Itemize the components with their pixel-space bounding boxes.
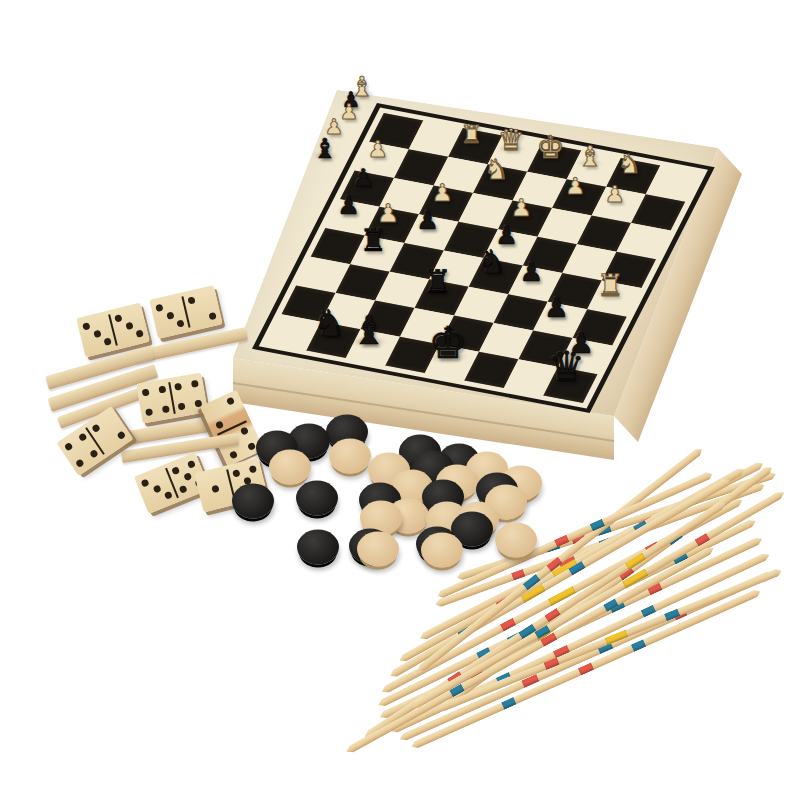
mikado-stick[interactable] (344, 545, 715, 756)
stick-band-red (578, 662, 594, 675)
domino-pip (191, 380, 199, 388)
domino-pip (93, 330, 101, 338)
chess-piece-black-rook-d3[interactable]: ♜ (424, 268, 452, 300)
chess-piece-black-knight-e4[interactable]: ♞ (477, 246, 506, 278)
stick-band-teal (502, 697, 517, 710)
domino-pip (64, 442, 74, 452)
domino-pip (208, 312, 216, 320)
domino-pip (162, 405, 170, 413)
domino-pip (229, 450, 238, 459)
domino-pip (248, 465, 256, 473)
chess-piece-white-bishop-f8[interactable]: ♝ (577, 142, 602, 170)
domino-pip (179, 485, 188, 494)
domino-pip (114, 314, 122, 322)
chess-piece-black-bishop[interactable]: ♝ (313, 135, 337, 162)
chess-piece-black-pawn-a6[interactable]: ♟ (352, 166, 374, 190)
chess-piece-white-pawn-c6[interactable]: ♟ (431, 181, 453, 205)
domino-pip (89, 449, 99, 459)
chess-piece-white-rook-h4[interactable]: ♜ (597, 270, 624, 300)
domino-pip (78, 432, 88, 442)
domino-pip (240, 427, 249, 436)
stick-band-teal (631, 639, 646, 652)
domino-pip (164, 491, 173, 500)
chess-piece-white-pawn-e6[interactable]: ♟ (510, 196, 532, 220)
domino-pip (188, 296, 196, 304)
stick-band-red (511, 569, 525, 581)
domino-pip (215, 420, 224, 429)
domino-pip (125, 322, 133, 330)
domino-pip (183, 472, 192, 481)
chess-piece-white-knight-g8[interactable]: ♞ (618, 151, 642, 177)
domino-pip (211, 485, 219, 493)
checker-disc-natural[interactable] (357, 532, 399, 567)
domino-pip (232, 469, 240, 477)
domino-pip (103, 337, 111, 345)
domino-pip (158, 386, 166, 394)
domino-pip (187, 460, 196, 469)
chess-piece-black-king-e1[interactable]: ♚ (429, 322, 468, 365)
chess-piece-white-knight-d7[interactable]: ♞ (484, 156, 509, 184)
chess-piece-black-pawn-a5[interactable]: ♟ (337, 194, 360, 219)
domino-pip (166, 312, 174, 320)
domino-pip (152, 485, 161, 494)
chess-piece-black-bishop-c1[interactable]: ♝ (352, 311, 387, 350)
checker-disc-natural[interactable] (421, 533, 463, 568)
domino-pip (171, 466, 180, 475)
domino-pip (116, 431, 126, 441)
checker-disc-black[interactable] (232, 484, 274, 519)
stick-band-teal (641, 605, 656, 618)
domino-pip (82, 322, 90, 330)
domino-pip (145, 408, 153, 416)
checker-disc-natural[interactable] (495, 523, 537, 558)
stick-band-red (500, 618, 516, 632)
chess-piece-white-pawn-f7[interactable]: ♟ (565, 176, 585, 199)
domino-pip (247, 442, 256, 451)
checker-disc-black[interactable] (297, 530, 339, 565)
chess-piece-white-pawn-a7[interactable]: ♟ (368, 138, 388, 161)
chess-piece-black-pawn-g3[interactable]: ♟ (544, 294, 569, 322)
chess-piece-black-pawn-f4[interactable]: ♟ (520, 259, 544, 285)
checker-disc-natural[interactable] (269, 450, 311, 485)
chess-piece-white-king-e8[interactable]: ♚ (536, 132, 564, 163)
domino-pip (91, 423, 101, 433)
chess-piece-white-pawn-g7[interactable]: ♟ (605, 183, 625, 206)
game-set-photo: ♜♛♚♝♞♞♟♟♟♟♟♟♜♟♟♟♜♟♞♟♜♟♟♛♞♝♚♝♟♟♟♝ (0, 0, 800, 800)
domino-pip (178, 402, 186, 410)
chess-piece-white-rook-c8[interactable]: ♜ (460, 123, 482, 148)
domino-pip (174, 383, 182, 391)
domino-pip (75, 458, 85, 468)
domino-pip (176, 319, 184, 327)
domino-pip (142, 388, 150, 396)
domino-pip (155, 304, 163, 312)
chess-piece-white-queen-d8[interactable]: ♛ (498, 126, 525, 156)
chess-piece-black-pawn-c5[interactable]: ♟ (416, 209, 439, 234)
chess-piece-black-rook-b4[interactable]: ♜ (360, 225, 387, 255)
checker-disc-black[interactable] (296, 481, 338, 516)
domino-pip (135, 329, 143, 337)
domino-pip (226, 397, 235, 406)
domino-pip (141, 478, 150, 487)
chess-piece-black-queen-h1[interactable]: ♛ (548, 347, 585, 388)
chess-piece-black-knight-b1[interactable]: ♞ (313, 306, 346, 343)
checker-disc-natural[interactable] (329, 439, 371, 474)
domino-tile-3-2[interactable] (149, 285, 222, 339)
